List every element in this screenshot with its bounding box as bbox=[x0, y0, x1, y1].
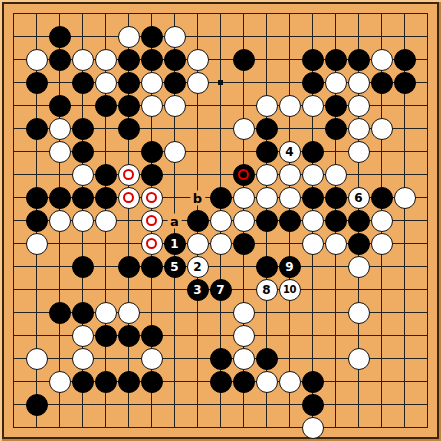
white-stone bbox=[348, 256, 370, 278]
board-cell bbox=[278, 163, 301, 186]
black-stone bbox=[210, 187, 232, 209]
board-cell bbox=[117, 71, 140, 94]
black-stone bbox=[26, 210, 48, 232]
board-cell bbox=[25, 163, 48, 186]
board-cell bbox=[393, 416, 416, 439]
board-cell bbox=[393, 94, 416, 117]
white-stone bbox=[394, 187, 416, 209]
black-stone bbox=[118, 325, 140, 347]
board-cell bbox=[416, 186, 439, 209]
board-cell bbox=[48, 186, 71, 209]
board-cell bbox=[255, 393, 278, 416]
board-cell bbox=[278, 301, 301, 324]
board-cell bbox=[140, 416, 163, 439]
board-cell bbox=[393, 255, 416, 278]
board-cell bbox=[71, 416, 94, 439]
white-stone bbox=[26, 49, 48, 71]
white-stone bbox=[72, 164, 94, 186]
board-cell bbox=[209, 209, 232, 232]
board-cell bbox=[393, 324, 416, 347]
black-stone bbox=[302, 72, 324, 94]
board-cell bbox=[117, 278, 140, 301]
board-cell bbox=[255, 2, 278, 25]
board-cell bbox=[370, 94, 393, 117]
board-cell bbox=[25, 301, 48, 324]
black-stone bbox=[325, 95, 347, 117]
board-cell bbox=[71, 324, 94, 347]
board-cell: a bbox=[163, 209, 186, 232]
board-cell bbox=[140, 347, 163, 370]
board-cell bbox=[186, 347, 209, 370]
board-cell bbox=[278, 2, 301, 25]
white-stone bbox=[233, 302, 255, 324]
board-cell bbox=[25, 347, 48, 370]
board-cell bbox=[163, 140, 186, 163]
board-cell bbox=[48, 370, 71, 393]
black-stone bbox=[26, 72, 48, 94]
white-stone bbox=[233, 348, 255, 370]
white-stone bbox=[210, 233, 232, 255]
black-stone: 1 bbox=[164, 233, 186, 255]
board-cell bbox=[117, 416, 140, 439]
board-cell bbox=[71, 71, 94, 94]
board-cell bbox=[278, 25, 301, 48]
board-cell bbox=[48, 416, 71, 439]
white-stone bbox=[187, 49, 209, 71]
board-cell bbox=[163, 163, 186, 186]
board-cell bbox=[94, 393, 117, 416]
white-stone bbox=[325, 233, 347, 255]
board-cell bbox=[117, 370, 140, 393]
white-stone bbox=[348, 141, 370, 163]
board-cell bbox=[94, 301, 117, 324]
black-stone bbox=[118, 256, 140, 278]
board-cell bbox=[393, 186, 416, 209]
board-cell bbox=[301, 186, 324, 209]
black-stone bbox=[118, 118, 140, 140]
board-cell bbox=[25, 2, 48, 25]
board-cell bbox=[94, 94, 117, 117]
board-cell bbox=[71, 255, 94, 278]
board-cell bbox=[186, 71, 209, 94]
board-cell bbox=[324, 232, 347, 255]
board-cell bbox=[117, 117, 140, 140]
white-stone: 10 bbox=[279, 279, 301, 301]
board-cell bbox=[2, 301, 25, 324]
board-cell bbox=[25, 71, 48, 94]
board-cell bbox=[301, 232, 324, 255]
board-cell bbox=[416, 393, 439, 416]
move-number: 10 bbox=[283, 285, 296, 295]
board-cell bbox=[301, 393, 324, 416]
black-stone bbox=[141, 164, 163, 186]
board-cell bbox=[255, 370, 278, 393]
board-cell bbox=[393, 140, 416, 163]
board-cell bbox=[232, 25, 255, 48]
board-cell bbox=[255, 209, 278, 232]
board-cell bbox=[163, 370, 186, 393]
board-cell bbox=[2, 94, 25, 117]
white-stone bbox=[141, 187, 163, 209]
board-cell bbox=[278, 416, 301, 439]
black-stone bbox=[256, 141, 278, 163]
board-cell bbox=[94, 255, 117, 278]
white-stone bbox=[95, 210, 117, 232]
board-cell bbox=[301, 301, 324, 324]
black-stone bbox=[49, 302, 71, 324]
board-cell bbox=[232, 393, 255, 416]
board-cell bbox=[416, 48, 439, 71]
board-cell bbox=[232, 48, 255, 71]
board-cell bbox=[209, 2, 232, 25]
board-cell bbox=[370, 186, 393, 209]
board-cell bbox=[416, 2, 439, 25]
board-cell bbox=[324, 94, 347, 117]
board-cell bbox=[48, 255, 71, 278]
white-stone bbox=[49, 371, 71, 393]
board-cell bbox=[370, 301, 393, 324]
board-cell bbox=[163, 117, 186, 140]
circle-marker-icon bbox=[146, 192, 157, 203]
board-cell bbox=[25, 48, 48, 71]
black-stone: 5 bbox=[164, 256, 186, 278]
white-stone bbox=[371, 118, 393, 140]
white-stone bbox=[325, 164, 347, 186]
board-cell bbox=[255, 324, 278, 347]
white-stone: 6 bbox=[348, 187, 370, 209]
board-cell bbox=[232, 324, 255, 347]
board-cell bbox=[347, 71, 370, 94]
black-stone bbox=[141, 371, 163, 393]
black-stone bbox=[348, 210, 370, 232]
board-cell bbox=[94, 324, 117, 347]
white-stone bbox=[302, 210, 324, 232]
board-cell bbox=[117, 347, 140, 370]
board-cell bbox=[324, 140, 347, 163]
board-cell bbox=[117, 393, 140, 416]
white-stone bbox=[348, 118, 370, 140]
board-cell bbox=[347, 370, 370, 393]
board-cell bbox=[370, 255, 393, 278]
board-cell bbox=[140, 94, 163, 117]
board-cell bbox=[71, 163, 94, 186]
board-cell bbox=[48, 117, 71, 140]
board-cell bbox=[209, 117, 232, 140]
board-cell bbox=[163, 278, 186, 301]
black-stone bbox=[256, 348, 278, 370]
board-cell bbox=[232, 278, 255, 301]
black-stone bbox=[72, 118, 94, 140]
board-cell bbox=[393, 117, 416, 140]
board-cell bbox=[117, 163, 140, 186]
board-cell bbox=[186, 393, 209, 416]
board-cell bbox=[347, 393, 370, 416]
board-cell bbox=[117, 232, 140, 255]
board-cell bbox=[48, 278, 71, 301]
board-cell bbox=[324, 71, 347, 94]
board-cell bbox=[25, 324, 48, 347]
board-cell bbox=[370, 71, 393, 94]
board-cell bbox=[163, 48, 186, 71]
white-stone bbox=[233, 118, 255, 140]
board-cell bbox=[2, 278, 25, 301]
board-cell bbox=[278, 324, 301, 347]
board-cell bbox=[209, 324, 232, 347]
white-stone bbox=[187, 72, 209, 94]
black-stone bbox=[118, 49, 140, 71]
board-cell bbox=[209, 163, 232, 186]
black-stone bbox=[302, 187, 324, 209]
black-stone bbox=[325, 210, 347, 232]
circle-marker-icon bbox=[146, 238, 157, 249]
white-stone bbox=[210, 210, 232, 232]
board-cell bbox=[255, 117, 278, 140]
white-stone bbox=[371, 210, 393, 232]
board-cell bbox=[25, 117, 48, 140]
board-cell bbox=[209, 232, 232, 255]
white-stone bbox=[256, 95, 278, 117]
black-stone bbox=[49, 49, 71, 71]
board-cell bbox=[393, 370, 416, 393]
board-cell bbox=[71, 232, 94, 255]
board-cell bbox=[25, 278, 48, 301]
board-cell: 6 bbox=[347, 186, 370, 209]
board-cell bbox=[416, 94, 439, 117]
black-stone bbox=[302, 394, 324, 416]
board-cell bbox=[347, 2, 370, 25]
board-cell bbox=[347, 347, 370, 370]
board-cell bbox=[347, 324, 370, 347]
board-cell bbox=[2, 416, 25, 439]
board-cell bbox=[278, 370, 301, 393]
board-cell bbox=[140, 163, 163, 186]
board-cell bbox=[301, 416, 324, 439]
black-stone bbox=[164, 49, 186, 71]
move-number: 5 bbox=[170, 261, 178, 273]
white-stone bbox=[371, 233, 393, 255]
board-cell bbox=[48, 25, 71, 48]
board-cell bbox=[163, 416, 186, 439]
board-cell bbox=[324, 347, 347, 370]
board-cell bbox=[163, 186, 186, 209]
board-cell bbox=[347, 140, 370, 163]
board-cell bbox=[370, 140, 393, 163]
board-cell bbox=[301, 278, 324, 301]
board-cell bbox=[278, 347, 301, 370]
board-cell bbox=[94, 117, 117, 140]
white-stone bbox=[141, 210, 163, 232]
board-cell bbox=[71, 370, 94, 393]
board-cell bbox=[347, 25, 370, 48]
go-board: 4b6a152937810 bbox=[0, 0, 441, 441]
board-cell bbox=[140, 370, 163, 393]
board-cell bbox=[324, 370, 347, 393]
board-cell bbox=[186, 2, 209, 25]
board-cell bbox=[209, 25, 232, 48]
black-stone: 3 bbox=[187, 279, 209, 301]
board-cell bbox=[2, 2, 25, 25]
white-stone bbox=[302, 164, 324, 186]
board-cell bbox=[25, 186, 48, 209]
board-cell bbox=[393, 71, 416, 94]
black-stone bbox=[95, 371, 117, 393]
board-cell bbox=[232, 186, 255, 209]
black-stone bbox=[164, 72, 186, 94]
board-cell bbox=[48, 393, 71, 416]
white-stone bbox=[141, 233, 163, 255]
board-cell bbox=[416, 71, 439, 94]
black-stone bbox=[72, 187, 94, 209]
board-cell bbox=[301, 117, 324, 140]
board-cell bbox=[209, 347, 232, 370]
board-cell bbox=[324, 186, 347, 209]
black-stone bbox=[325, 187, 347, 209]
board-cell bbox=[140, 117, 163, 140]
board-cell bbox=[94, 2, 117, 25]
black-stone bbox=[394, 72, 416, 94]
board-cell bbox=[393, 393, 416, 416]
board-cell bbox=[393, 2, 416, 25]
black-stone: 9 bbox=[279, 256, 301, 278]
black-stone bbox=[348, 49, 370, 71]
board-cell bbox=[347, 117, 370, 140]
board-cell bbox=[370, 209, 393, 232]
move-number: 3 bbox=[193, 284, 201, 296]
white-stone bbox=[141, 348, 163, 370]
board-cell bbox=[186, 301, 209, 324]
white-stone bbox=[49, 210, 71, 232]
board-cell bbox=[2, 117, 25, 140]
board-cell bbox=[416, 163, 439, 186]
board-cell bbox=[117, 48, 140, 71]
white-stone bbox=[325, 72, 347, 94]
board-cell bbox=[255, 347, 278, 370]
board-cell bbox=[71, 140, 94, 163]
white-stone bbox=[302, 417, 324, 439]
board-cell bbox=[278, 393, 301, 416]
board-cell bbox=[2, 163, 25, 186]
board-cell bbox=[48, 2, 71, 25]
board-cell bbox=[393, 278, 416, 301]
board-cell bbox=[25, 255, 48, 278]
board-cell bbox=[48, 209, 71, 232]
board-cell bbox=[186, 209, 209, 232]
board-cell bbox=[209, 48, 232, 71]
board-cell bbox=[324, 25, 347, 48]
star-point-icon bbox=[218, 80, 223, 85]
board-cell bbox=[94, 278, 117, 301]
black-stone bbox=[187, 210, 209, 232]
board-cell bbox=[48, 48, 71, 71]
black-stone bbox=[394, 49, 416, 71]
black-stone bbox=[302, 141, 324, 163]
black-stone bbox=[279, 210, 301, 232]
board-cell bbox=[255, 140, 278, 163]
move-number: 8 bbox=[262, 284, 270, 296]
black-stone bbox=[141, 49, 163, 71]
board-cell bbox=[94, 163, 117, 186]
board-cell bbox=[278, 71, 301, 94]
board-cell bbox=[140, 324, 163, 347]
board-cell bbox=[140, 301, 163, 324]
board-cell bbox=[370, 163, 393, 186]
board-cell bbox=[232, 416, 255, 439]
board-cell bbox=[301, 71, 324, 94]
board-cell bbox=[94, 186, 117, 209]
board-cell bbox=[416, 301, 439, 324]
black-stone bbox=[26, 118, 48, 140]
white-stone bbox=[279, 164, 301, 186]
board-cell bbox=[71, 117, 94, 140]
black-stone bbox=[233, 233, 255, 255]
board-cell bbox=[71, 393, 94, 416]
board-cell bbox=[163, 94, 186, 117]
board-cell bbox=[301, 2, 324, 25]
board-cell bbox=[393, 301, 416, 324]
board-cell bbox=[393, 25, 416, 48]
board-cell bbox=[71, 301, 94, 324]
board-cell bbox=[416, 278, 439, 301]
board-cell bbox=[393, 232, 416, 255]
board-cell bbox=[25, 393, 48, 416]
white-stone bbox=[118, 26, 140, 48]
board-cell bbox=[324, 255, 347, 278]
board-cell bbox=[324, 209, 347, 232]
board-cell bbox=[393, 163, 416, 186]
board-cell bbox=[163, 2, 186, 25]
board-cell bbox=[209, 301, 232, 324]
white-stone bbox=[95, 49, 117, 71]
board-cell bbox=[71, 347, 94, 370]
board-cell bbox=[2, 393, 25, 416]
board-cell bbox=[25, 94, 48, 117]
board-cell bbox=[140, 278, 163, 301]
black-stone bbox=[95, 325, 117, 347]
board-cell bbox=[416, 232, 439, 255]
board-cell bbox=[25, 416, 48, 439]
board-cell bbox=[301, 25, 324, 48]
board-cell bbox=[232, 140, 255, 163]
board-cell bbox=[140, 209, 163, 232]
board-cell bbox=[370, 25, 393, 48]
black-stone bbox=[233, 49, 255, 71]
board-cell bbox=[209, 71, 232, 94]
white-stone bbox=[95, 72, 117, 94]
board-cell bbox=[232, 347, 255, 370]
board-cell bbox=[2, 186, 25, 209]
white-stone bbox=[279, 371, 301, 393]
black-stone bbox=[49, 187, 71, 209]
move-number: 4 bbox=[285, 146, 293, 158]
move-number: 9 bbox=[285, 261, 293, 273]
board-cell bbox=[416, 140, 439, 163]
white-stone bbox=[348, 302, 370, 324]
board-cell bbox=[370, 347, 393, 370]
board-cell bbox=[347, 163, 370, 186]
black-stone bbox=[325, 49, 347, 71]
white-stone bbox=[256, 164, 278, 186]
board-cell bbox=[48, 232, 71, 255]
board-cell bbox=[48, 71, 71, 94]
letter-label-a: a bbox=[167, 213, 182, 228]
white-stone bbox=[302, 95, 324, 117]
board-cell bbox=[347, 255, 370, 278]
board-cell bbox=[370, 416, 393, 439]
board-cell bbox=[94, 370, 117, 393]
board-cell bbox=[25, 370, 48, 393]
circle-marker-icon bbox=[123, 192, 134, 203]
board-cell bbox=[301, 255, 324, 278]
